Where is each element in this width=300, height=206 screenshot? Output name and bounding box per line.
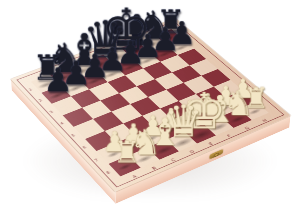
piece-white-rook-a1: ♜ — [105, 138, 148, 168]
piece-black-pawn-a7: ♟ — [38, 64, 78, 97]
clasp-hook — [214, 152, 219, 157]
chess-set-photo: 12345678ABCDEFGH ♜♞♝♛♚♝♞♜♟♟♟♟♟♟♟♟♟♟♟♟♟♟♟… — [0, 0, 300, 206]
